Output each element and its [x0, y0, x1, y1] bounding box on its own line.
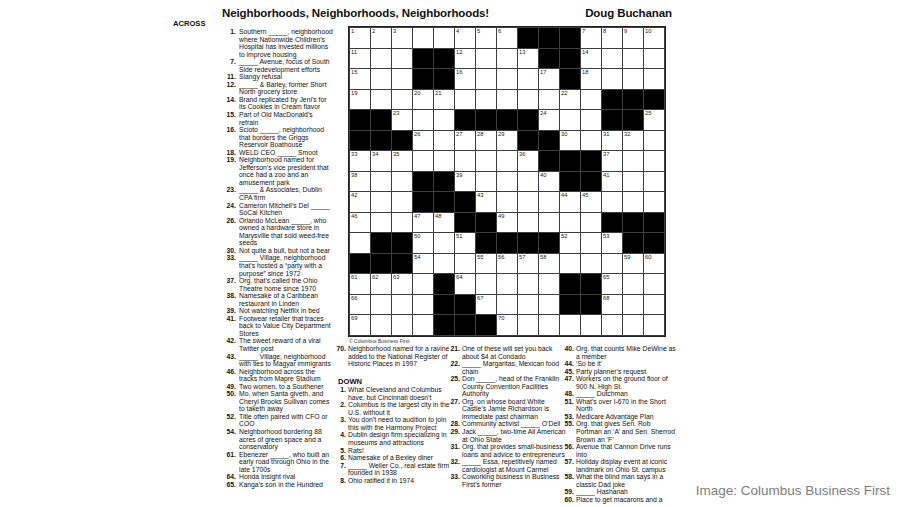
- black-cell: [539, 151, 559, 171]
- clue-item: 22_____ Margaritas, Mexican food chain: [450, 360, 566, 375]
- grid-cell[interactable]: [644, 49, 664, 69]
- grid-cell[interactable]: 45: [581, 192, 601, 212]
- clue-number: 49: [173, 383, 236, 391]
- grid-cell[interactable]: [392, 49, 412, 69]
- grid-cell[interactable]: [602, 49, 622, 69]
- cell-number: 49: [498, 213, 504, 220]
- grid-cell[interactable]: 5: [476, 28, 496, 48]
- grid-cell[interactable]: [539, 315, 559, 335]
- clue-item: 19Neighborhood named for Jefferson’s vic…: [173, 156, 333, 186]
- grid-cell[interactable]: [602, 69, 622, 89]
- grid-cell[interactable]: [392, 90, 412, 110]
- cell-number: 55: [477, 254, 483, 261]
- clue-text: _____ Dutchman: [576, 390, 676, 398]
- black-cell: [539, 28, 559, 48]
- clue-item: 57Holiday display event at iconic landma…: [564, 458, 676, 473]
- grid-cell[interactable]: 2: [371, 28, 391, 48]
- grid-cell[interactable]: 27: [455, 131, 475, 151]
- grid-cell[interactable]: 66: [350, 295, 370, 315]
- grid-cell[interactable]: 56: [497, 254, 517, 274]
- clue-item: 42The sweet reward of a viral Twitter po…: [173, 337, 333, 352]
- clue-item: 65Kanga’s son in the Hundred: [173, 481, 333, 489]
- black-cell: [413, 49, 433, 69]
- grid-cell[interactable]: 10: [644, 28, 664, 48]
- black-cell: [560, 28, 580, 48]
- grid-cell[interactable]: 46: [350, 213, 370, 233]
- clue-text: Holiday display event at iconic landmark…: [576, 458, 676, 473]
- grid-cell[interactable]: [434, 28, 454, 48]
- grid-cell[interactable]: [644, 69, 664, 89]
- clue-text: _____ Hashanah: [576, 488, 676, 496]
- grid-cell[interactable]: [623, 315, 643, 335]
- clue-number: 32: [450, 458, 460, 473]
- cell-number: 18: [582, 69, 588, 76]
- clue-item: 5Rats!: [336, 447, 450, 455]
- clue-number: 24: [173, 202, 236, 217]
- grid-cell[interactable]: [392, 192, 412, 212]
- black-cell: [581, 151, 601, 171]
- clue-text: Namesake of a Caribbean restaurant in Li…: [239, 292, 333, 307]
- grid-cell[interactable]: [497, 172, 517, 192]
- title-row: Neighborhoods, Neighborhoods, Neighborho…: [222, 7, 672, 19]
- clue-item: 7_____ Weiler Co., real estate firm foun…: [336, 462, 450, 477]
- grid-cell[interactable]: [455, 254, 475, 274]
- grid-cell[interactable]: 48: [434, 213, 454, 233]
- clue-item: 59_____ Hashanah: [564, 488, 676, 496]
- cell-number: 34: [372, 151, 378, 158]
- clue-number: 22: [450, 360, 460, 375]
- cell-number: 60: [645, 254, 651, 261]
- clue-number: 7: [173, 58, 236, 73]
- grid-cell[interactable]: [623, 151, 643, 171]
- grid-cell[interactable]: 25: [644, 110, 664, 130]
- grid-cell[interactable]: [623, 172, 643, 192]
- grid-cell[interactable]: [539, 274, 559, 294]
- grid-cell[interactable]: 3: [392, 28, 412, 48]
- grid-cell[interactable]: 67: [476, 295, 496, 315]
- grid-cell[interactable]: [371, 315, 391, 335]
- grid-cell[interactable]: 1: [350, 28, 370, 48]
- across-header: ACROSS: [173, 19, 206, 28]
- grid-cell[interactable]: 26: [413, 131, 433, 151]
- grid-cell[interactable]: 37: [602, 151, 622, 171]
- grid-cell[interactable]: [392, 172, 412, 192]
- black-cell: [518, 110, 538, 130]
- grid-cell[interactable]: [392, 213, 412, 233]
- grid-cell[interactable]: 54: [413, 254, 433, 274]
- grid-cell[interactable]: [581, 131, 601, 151]
- grid-cell[interactable]: 68: [602, 295, 622, 315]
- grid-cell[interactable]: [518, 315, 538, 335]
- clue-item: 33_____ Village, neighborhood that’s hos…: [173, 254, 333, 277]
- grid-cell[interactable]: 55: [476, 254, 496, 274]
- cell-number: 70: [498, 315, 504, 322]
- cell-number: 58: [540, 254, 546, 261]
- grid-cell[interactable]: [644, 295, 664, 315]
- black-cell: [644, 90, 664, 110]
- cell-number: 53: [603, 233, 609, 240]
- cell-number: 38: [351, 172, 357, 179]
- grid-cell[interactable]: 16: [455, 69, 475, 89]
- clue-item: 41Footwear retailer that traces back to …: [173, 315, 333, 338]
- grid-cell[interactable]: 6: [497, 28, 517, 48]
- grid-cell[interactable]: 20: [413, 90, 433, 110]
- clue-number: 5: [336, 447, 346, 455]
- grid-cell[interactable]: 15: [350, 69, 370, 89]
- black-cell: [392, 233, 412, 253]
- cell-number: 35: [393, 151, 399, 158]
- grid-cell[interactable]: [644, 192, 664, 212]
- grid-cell[interactable]: [392, 69, 412, 89]
- grid-cell[interactable]: [413, 28, 433, 48]
- black-cell: [518, 233, 538, 253]
- cell-number: 7: [582, 28, 585, 35]
- black-cell: [434, 49, 454, 69]
- grid-cell[interactable]: 51: [455, 233, 475, 253]
- grid-cell[interactable]: [581, 110, 601, 130]
- grid-cell[interactable]: [392, 315, 412, 335]
- grid-cell[interactable]: 47: [413, 213, 433, 233]
- cell-number: 54: [414, 254, 420, 261]
- clue-item: 6Namesake of a Bexley diner: [336, 454, 450, 462]
- clue-text: Namesake of a Bexley diner: [348, 454, 450, 462]
- grid-cell[interactable]: 42: [350, 192, 370, 212]
- clue-number: 27: [450, 398, 460, 421]
- clue-item: 8Ohio ratified it in 1974: [336, 477, 450, 485]
- down-clues-list-2: 21One of these will set you back about $…: [450, 345, 566, 488]
- grid-cell[interactable]: 52: [560, 233, 580, 253]
- clue-text: Avenue that Cannon Drive runs into: [576, 443, 676, 458]
- clue-number: 12: [173, 81, 236, 96]
- black-cell: [560, 49, 580, 69]
- grid-cell[interactable]: [413, 295, 433, 315]
- clue-item: 25Don _____, head of the Franklin County…: [450, 375, 566, 398]
- clue-number: 23: [173, 186, 236, 201]
- grid-cell[interactable]: 18: [581, 69, 601, 89]
- grid-cell[interactable]: 62: [371, 274, 391, 294]
- clue-text: Coworking business in Business First’s f…: [462, 473, 566, 488]
- grid-cell[interactable]: 13: [518, 49, 538, 69]
- cell-number: 15: [351, 69, 357, 76]
- black-cell: [434, 69, 454, 89]
- clue-text: _____ Village, neighborhood with ties to…: [239, 353, 333, 368]
- grid-cell[interactable]: [476, 90, 496, 110]
- grid-cell[interactable]: [644, 151, 664, 171]
- grid-cell[interactable]: [434, 233, 454, 253]
- grid-cell[interactable]: 34: [371, 151, 391, 171]
- grid-cell[interactable]: [518, 69, 538, 89]
- clue-item: 58What the blind man says in a classic D…: [564, 473, 676, 488]
- grid-cell[interactable]: [560, 254, 580, 274]
- clue-text: ‘So be it’: [576, 360, 676, 368]
- grid-cell[interactable]: [497, 295, 517, 315]
- grid-cell[interactable]: [644, 131, 664, 151]
- grid-cell[interactable]: [602, 315, 622, 335]
- grid-cell[interactable]: [602, 254, 622, 274]
- cell-number: 23: [393, 110, 399, 117]
- grid-cell[interactable]: 61: [350, 274, 370, 294]
- grid-cell[interactable]: [371, 295, 391, 315]
- grid-cell[interactable]: 63: [392, 274, 412, 294]
- clue-number: 2: [336, 401, 346, 416]
- grid-cell[interactable]: 58: [539, 254, 559, 274]
- grid-cell[interactable]: [581, 233, 601, 253]
- grid-cell[interactable]: [455, 90, 475, 110]
- cell-number: 61: [351, 274, 357, 281]
- grid-cell[interactable]: [644, 315, 664, 335]
- grid-cell[interactable]: [497, 69, 517, 89]
- grid-cell[interactable]: [371, 69, 391, 89]
- grid-cell[interactable]: 19: [350, 90, 370, 110]
- clue-number: 64: [173, 473, 236, 481]
- clue-text: Ebenezer _____, who built an early road …: [239, 451, 333, 474]
- grid-cell[interactable]: [476, 172, 496, 192]
- grid-cell[interactable]: 53: [602, 233, 622, 253]
- black-cell: [434, 274, 454, 294]
- cell-number: 33: [351, 151, 357, 158]
- clue-number: 47: [564, 375, 574, 390]
- grid-cell[interactable]: [518, 192, 538, 212]
- clue-item: 4Dublin design firm specializing in muse…: [336, 431, 450, 446]
- grid-cell[interactable]: 17: [539, 69, 559, 89]
- grid-cell[interactable]: [413, 274, 433, 294]
- grid-cell[interactable]: 14: [581, 49, 601, 69]
- cell-number: 41: [603, 172, 609, 179]
- clue-text: _____ Avenue, focus of South Side redeve…: [239, 58, 333, 73]
- black-cell: [455, 315, 475, 335]
- grid-cell[interactable]: [497, 192, 517, 212]
- grid-cell[interactable]: 36: [518, 151, 538, 171]
- clue-number: 28: [450, 420, 460, 428]
- grid-cell[interactable]: [476, 274, 496, 294]
- grid-cell[interactable]: [413, 315, 433, 335]
- clue-text: What’s over I-670 in the Short North: [576, 398, 676, 413]
- clue-item: 32_____ Essa, repetitively named cardiol…: [450, 458, 566, 473]
- cell-number: 50: [414, 233, 420, 240]
- grid-cell[interactable]: 24: [539, 110, 559, 130]
- grid-cell[interactable]: [497, 274, 517, 294]
- grid-cell[interactable]: [371, 49, 391, 69]
- grid-cell[interactable]: [581, 254, 601, 274]
- grid-cell[interactable]: 40: [539, 172, 559, 192]
- black-cell: [623, 213, 643, 233]
- grid-cell[interactable]: [539, 213, 559, 233]
- grid-cell[interactable]: [518, 90, 538, 110]
- grid-cell[interactable]: [476, 49, 496, 69]
- black-cell: [623, 90, 643, 110]
- grid-cell[interactable]: [518, 274, 538, 294]
- grid-cell[interactable]: 23: [392, 110, 412, 130]
- clue-text: Org. that counts Mike DeWine as a member: [576, 345, 676, 360]
- grid-cell[interactable]: 22: [560, 90, 580, 110]
- grid-cell[interactable]: [623, 274, 643, 294]
- grid-cell[interactable]: [434, 254, 454, 274]
- grid-cell[interactable]: [623, 295, 643, 315]
- grid-cell[interactable]: [476, 151, 496, 171]
- cell-number: 29: [498, 131, 504, 138]
- clue-column-2: 70Neighborhood named for a ravine added …: [336, 345, 450, 484]
- grid-cell[interactable]: [539, 295, 559, 315]
- grid-cell[interactable]: 69: [350, 315, 370, 335]
- grid-cell[interactable]: [518, 295, 538, 315]
- grid-cell[interactable]: [434, 110, 454, 130]
- clue-item: 44‘So be it’: [564, 360, 676, 368]
- cell-number: 6: [498, 28, 501, 35]
- grid-cell[interactable]: 44: [560, 192, 580, 212]
- grid-cell[interactable]: 49: [497, 213, 517, 233]
- grid-cell[interactable]: [623, 49, 643, 69]
- black-cell: [497, 233, 517, 253]
- grid-cell[interactable]: 11: [350, 49, 370, 69]
- clue-text: Party planner’s request: [576, 368, 676, 376]
- clue-text: WELD CEO _____ Smoot: [239, 149, 333, 157]
- cell-number: 9: [624, 28, 627, 35]
- grid-cell[interactable]: [623, 192, 643, 212]
- black-cell: [539, 49, 559, 69]
- grid-cell[interactable]: 21: [434, 90, 454, 110]
- grid-cell[interactable]: 4: [455, 28, 475, 48]
- grid-cell[interactable]: 32: [623, 131, 643, 151]
- grid-cell[interactable]: 60: [644, 254, 664, 274]
- clue-number: 21: [450, 345, 460, 360]
- grid-cell[interactable]: 8: [602, 28, 622, 48]
- black-cell: [371, 254, 391, 274]
- grid-cell[interactable]: [413, 110, 433, 130]
- clue-number: 1: [336, 386, 346, 401]
- grid-cell[interactable]: [539, 192, 559, 212]
- clue-text: Mo. when Santa giveth, and Cheryl Brooks…: [239, 390, 333, 413]
- clue-number: 14: [173, 96, 236, 111]
- crossword-grid: 1234567891011121314151617181920212223242…: [348, 26, 666, 337]
- grid-cell[interactable]: [455, 151, 475, 171]
- black-cell: [644, 233, 664, 253]
- black-cell: [560, 274, 580, 294]
- black-cell: [371, 233, 391, 253]
- grid-cell[interactable]: [560, 110, 580, 130]
- cell-number: 2: [372, 28, 375, 35]
- grid-cell[interactable]: [497, 49, 517, 69]
- puzzle-title: Neighborhoods, Neighborhoods, Neighborho…: [222, 7, 489, 19]
- grid-cell[interactable]: [581, 213, 601, 233]
- grid-cell[interactable]: 41: [602, 172, 622, 192]
- grid-cell[interactable]: 35: [392, 151, 412, 171]
- grid-cell[interactable]: 33: [350, 151, 370, 171]
- grid-cell[interactable]: [476, 69, 496, 89]
- grid-cell[interactable]: 31: [602, 131, 622, 151]
- cell-number: 43: [477, 192, 483, 199]
- grid-cell[interactable]: [413, 151, 433, 171]
- clue-item: 3You don’t need to audition to join this…: [336, 416, 450, 431]
- grid-cell[interactable]: [371, 90, 391, 110]
- grid-cell[interactable]: [371, 192, 391, 212]
- clue-number: 65: [173, 481, 236, 489]
- black-cell: [434, 295, 454, 315]
- clue-text: You don’t need to audition to join this …: [348, 416, 450, 431]
- clue-number: 40: [564, 345, 574, 360]
- cell-number: 46: [351, 213, 357, 220]
- clue-text: The sweet reward of a viral Twitter post: [239, 337, 333, 352]
- grid-cell[interactable]: [518, 213, 538, 233]
- clue-text: Title often paired with CFO or COO: [239, 413, 333, 428]
- grid-cell[interactable]: 29: [497, 131, 517, 151]
- grid-cell[interactable]: 43: [476, 192, 496, 212]
- grid-cell[interactable]: 12: [455, 49, 475, 69]
- clue-item: 60Place to get macarons and a: [564, 496, 676, 504]
- black-cell: [392, 254, 412, 274]
- clue-text: Southern _____, neighborhood where Natio…: [239, 28, 333, 58]
- grid-cell[interactable]: [518, 172, 538, 192]
- grid-cell[interactable]: [581, 90, 601, 110]
- clue-text: Jack _____, two-time All American at Ohi…: [462, 428, 566, 443]
- grid-cell[interactable]: 28: [476, 131, 496, 151]
- grid-cell[interactable]: [560, 315, 580, 335]
- clue-text: Neighborhood bordering 88 acres of green…: [239, 428, 333, 451]
- grid-cell[interactable]: [581, 315, 601, 335]
- clue-text: What Cleveland and Columbus have, but Ci…: [348, 386, 450, 401]
- down-header: DOWN: [338, 378, 450, 386]
- clue-item: 64Honda Insight rival: [173, 473, 333, 481]
- cell-number: 25: [645, 110, 651, 117]
- clue-number: 11: [173, 73, 236, 81]
- grid-cell[interactable]: [623, 69, 643, 89]
- clue-text: Footwear retailer that traces back to Va…: [239, 315, 333, 338]
- clue-text: _____ & Associates, Dublin CPA firm: [239, 186, 333, 201]
- clue-number: 51: [564, 398, 574, 413]
- grid-cell[interactable]: [371, 213, 391, 233]
- clue-number: 29: [450, 428, 460, 443]
- grid-cell[interactable]: 39: [455, 172, 475, 192]
- grid-cell[interactable]: [560, 213, 580, 233]
- grid-cell[interactable]: [434, 151, 454, 171]
- cell-number: 30: [561, 131, 567, 138]
- cell-number: 19: [351, 90, 357, 97]
- grid-cell[interactable]: [371, 172, 391, 192]
- black-cell: [560, 172, 580, 192]
- cell-number: 64: [456, 274, 462, 281]
- cell-number: 59: [624, 254, 630, 261]
- grid-cell[interactable]: 50: [413, 233, 433, 253]
- grid-cell[interactable]: [392, 295, 412, 315]
- grid-cell[interactable]: 64: [455, 274, 475, 294]
- cell-number: 16: [456, 69, 462, 76]
- grid-cell[interactable]: [350, 233, 370, 253]
- cell-number: 36: [519, 151, 525, 158]
- grid-cell[interactable]: [644, 172, 664, 192]
- grid-cell[interactable]: 7: [581, 28, 601, 48]
- grid-cell[interactable]: [602, 192, 622, 212]
- grid-cell[interactable]: 70: [497, 315, 517, 335]
- grid-cell[interactable]: 59: [623, 254, 643, 274]
- grid-cell[interactable]: [434, 131, 454, 151]
- clue-item: 24Cameron Mitchell’s Del _____ SoCal Kit…: [173, 202, 333, 217]
- grid-cell[interactable]: [497, 151, 517, 171]
- clue-number: 42: [173, 337, 236, 352]
- black-cell: [350, 254, 370, 274]
- grid-cell[interactable]: 38: [350, 172, 370, 192]
- grid-cell[interactable]: 9: [623, 28, 643, 48]
- grid-cell[interactable]: 30: [560, 131, 580, 151]
- cell-number: 66: [351, 295, 357, 302]
- grid-cell[interactable]: 57: [518, 254, 538, 274]
- clue-text: Dublin design firm specializing in museu…: [348, 431, 450, 446]
- cell-number: 28: [477, 131, 483, 138]
- black-cell: [413, 192, 433, 212]
- grid-cell[interactable]: 65: [602, 274, 622, 294]
- black-cell: [455, 192, 475, 212]
- grid-cell[interactable]: [539, 90, 559, 110]
- grid-cell[interactable]: [644, 274, 664, 294]
- grid-cell[interactable]: [497, 90, 517, 110]
